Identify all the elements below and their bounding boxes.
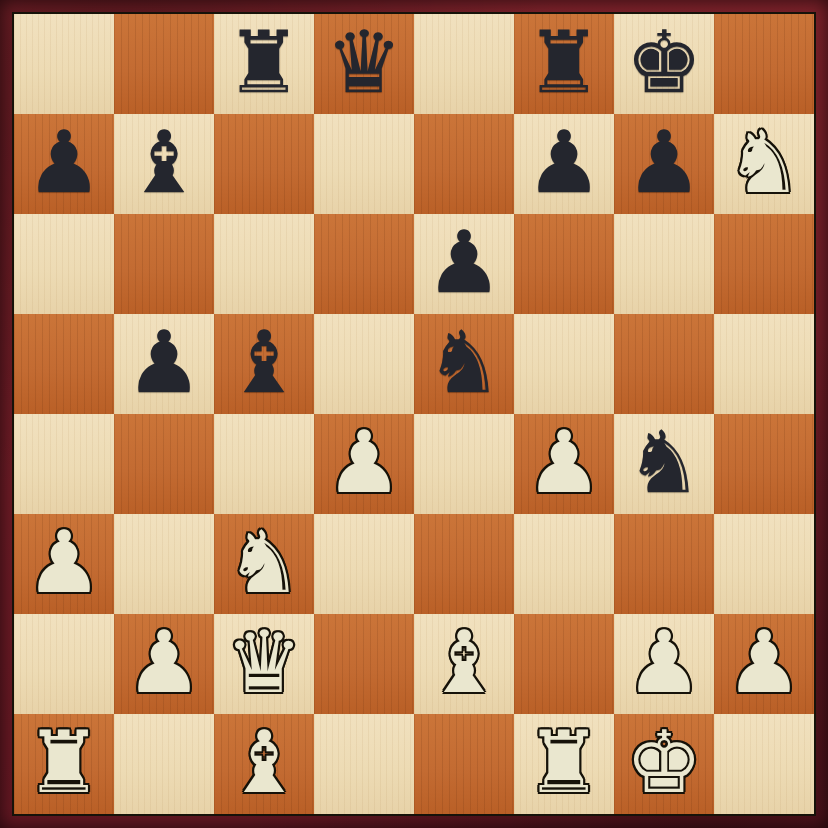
white-knight-h7[interactable]: ♞ bbox=[725, 119, 802, 205]
black-rook-c8[interactable]: ♜ bbox=[225, 19, 302, 105]
square-a8[interactable] bbox=[14, 14, 114, 114]
white-queen-c2[interactable]: ♛ bbox=[225, 619, 302, 705]
square-g4[interactable]: ♞ bbox=[614, 414, 714, 514]
square-g2[interactable]: ♟ bbox=[614, 614, 714, 714]
white-rook-a1[interactable]: ♜ bbox=[25, 719, 102, 805]
black-rook-f8[interactable]: ♜ bbox=[525, 19, 602, 105]
square-b3[interactable] bbox=[114, 514, 214, 614]
square-c3[interactable]: ♞ bbox=[214, 514, 314, 614]
black-bishop-c5[interactable]: ♝ bbox=[225, 319, 302, 405]
white-rook-f1[interactable]: ♜ bbox=[525, 719, 602, 805]
square-f8[interactable]: ♜ bbox=[514, 14, 614, 114]
white-pawn-d4[interactable]: ♟ bbox=[325, 419, 402, 505]
square-e2[interactable]: ♝ bbox=[414, 614, 514, 714]
square-h2[interactable]: ♟ bbox=[714, 614, 814, 714]
square-h3[interactable] bbox=[714, 514, 814, 614]
white-king-g1[interactable]: ♚ bbox=[625, 719, 702, 805]
square-d3[interactable] bbox=[314, 514, 414, 614]
square-h4[interactable] bbox=[714, 414, 814, 514]
square-g8[interactable]: ♚ bbox=[614, 14, 714, 114]
square-f4[interactable]: ♟ bbox=[514, 414, 614, 514]
white-pawn-h2[interactable]: ♟ bbox=[725, 619, 802, 705]
square-h7[interactable]: ♞ bbox=[714, 114, 814, 214]
square-b5[interactable]: ♟ bbox=[114, 314, 214, 414]
square-c2[interactable]: ♛ bbox=[214, 614, 314, 714]
white-pawn-a3[interactable]: ♟ bbox=[25, 519, 102, 605]
square-c5[interactable]: ♝ bbox=[214, 314, 314, 414]
square-h5[interactable] bbox=[714, 314, 814, 414]
black-queen-d8[interactable]: ♛ bbox=[325, 19, 402, 105]
black-pawn-f7[interactable]: ♟ bbox=[525, 119, 602, 205]
square-a2[interactable] bbox=[14, 614, 114, 714]
square-f6[interactable] bbox=[514, 214, 614, 314]
square-d4[interactable]: ♟ bbox=[314, 414, 414, 514]
square-g6[interactable] bbox=[614, 214, 714, 314]
square-f3[interactable] bbox=[514, 514, 614, 614]
square-b2[interactable]: ♟ bbox=[114, 614, 214, 714]
black-pawn-e6[interactable]: ♟ bbox=[425, 219, 502, 305]
white-bishop-e2[interactable]: ♝ bbox=[425, 619, 502, 705]
square-a4[interactable] bbox=[14, 414, 114, 514]
black-pawn-b5[interactable]: ♟ bbox=[125, 319, 202, 405]
square-a6[interactable] bbox=[14, 214, 114, 314]
square-b6[interactable] bbox=[114, 214, 214, 314]
square-e7[interactable] bbox=[414, 114, 514, 214]
square-g3[interactable] bbox=[614, 514, 714, 614]
black-knight-g4[interactable]: ♞ bbox=[625, 419, 702, 505]
square-f1[interactable]: ♜ bbox=[514, 714, 614, 814]
square-e4[interactable] bbox=[414, 414, 514, 514]
white-pawn-b2[interactable]: ♟ bbox=[125, 619, 202, 705]
square-g5[interactable] bbox=[614, 314, 714, 414]
chess-board: ♜♛♜♚♟♝♟♟♞♟♟♝♞♟♟♞♟♞♟♛♝♟♟♜♝♜♚ bbox=[0, 0, 828, 828]
square-e1[interactable] bbox=[414, 714, 514, 814]
square-e5[interactable]: ♞ bbox=[414, 314, 514, 414]
square-h6[interactable] bbox=[714, 214, 814, 314]
square-d2[interactable] bbox=[314, 614, 414, 714]
white-knight-c3[interactable]: ♞ bbox=[225, 519, 302, 605]
square-c1[interactable]: ♝ bbox=[214, 714, 314, 814]
square-h1[interactable] bbox=[714, 714, 814, 814]
black-bishop-b7[interactable]: ♝ bbox=[125, 119, 202, 205]
square-c6[interactable] bbox=[214, 214, 314, 314]
black-king-g8[interactable]: ♚ bbox=[625, 19, 702, 105]
chess-board-grid: ♜♛♜♚♟♝♟♟♞♟♟♝♞♟♟♞♟♞♟♛♝♟♟♜♝♜♚ bbox=[12, 12, 816, 816]
black-knight-e5[interactable]: ♞ bbox=[425, 319, 502, 405]
square-a3[interactable]: ♟ bbox=[14, 514, 114, 614]
square-c8[interactable]: ♜ bbox=[214, 14, 314, 114]
square-d5[interactable] bbox=[314, 314, 414, 414]
square-b8[interactable] bbox=[114, 14, 214, 114]
square-d6[interactable] bbox=[314, 214, 414, 314]
square-e6[interactable]: ♟ bbox=[414, 214, 514, 314]
white-pawn-g2[interactable]: ♟ bbox=[625, 619, 702, 705]
square-f5[interactable] bbox=[514, 314, 614, 414]
square-f2[interactable] bbox=[514, 614, 614, 714]
square-b4[interactable] bbox=[114, 414, 214, 514]
square-c7[interactable] bbox=[214, 114, 314, 214]
white-bishop-c1[interactable]: ♝ bbox=[225, 719, 302, 805]
square-f7[interactable]: ♟ bbox=[514, 114, 614, 214]
square-g7[interactable]: ♟ bbox=[614, 114, 714, 214]
square-g1[interactable]: ♚ bbox=[614, 714, 714, 814]
square-a7[interactable]: ♟ bbox=[14, 114, 114, 214]
square-b7[interactable]: ♝ bbox=[114, 114, 214, 214]
black-pawn-g7[interactable]: ♟ bbox=[625, 119, 702, 205]
square-e8[interactable] bbox=[414, 14, 514, 114]
white-pawn-f4[interactable]: ♟ bbox=[525, 419, 602, 505]
square-d1[interactable] bbox=[314, 714, 414, 814]
square-b1[interactable] bbox=[114, 714, 214, 814]
square-d7[interactable] bbox=[314, 114, 414, 214]
square-a1[interactable]: ♜ bbox=[14, 714, 114, 814]
square-a5[interactable] bbox=[14, 314, 114, 414]
black-pawn-a7[interactable]: ♟ bbox=[25, 119, 102, 205]
square-e3[interactable] bbox=[414, 514, 514, 614]
square-c4[interactable] bbox=[214, 414, 314, 514]
square-h8[interactable] bbox=[714, 14, 814, 114]
square-d8[interactable]: ♛ bbox=[314, 14, 414, 114]
